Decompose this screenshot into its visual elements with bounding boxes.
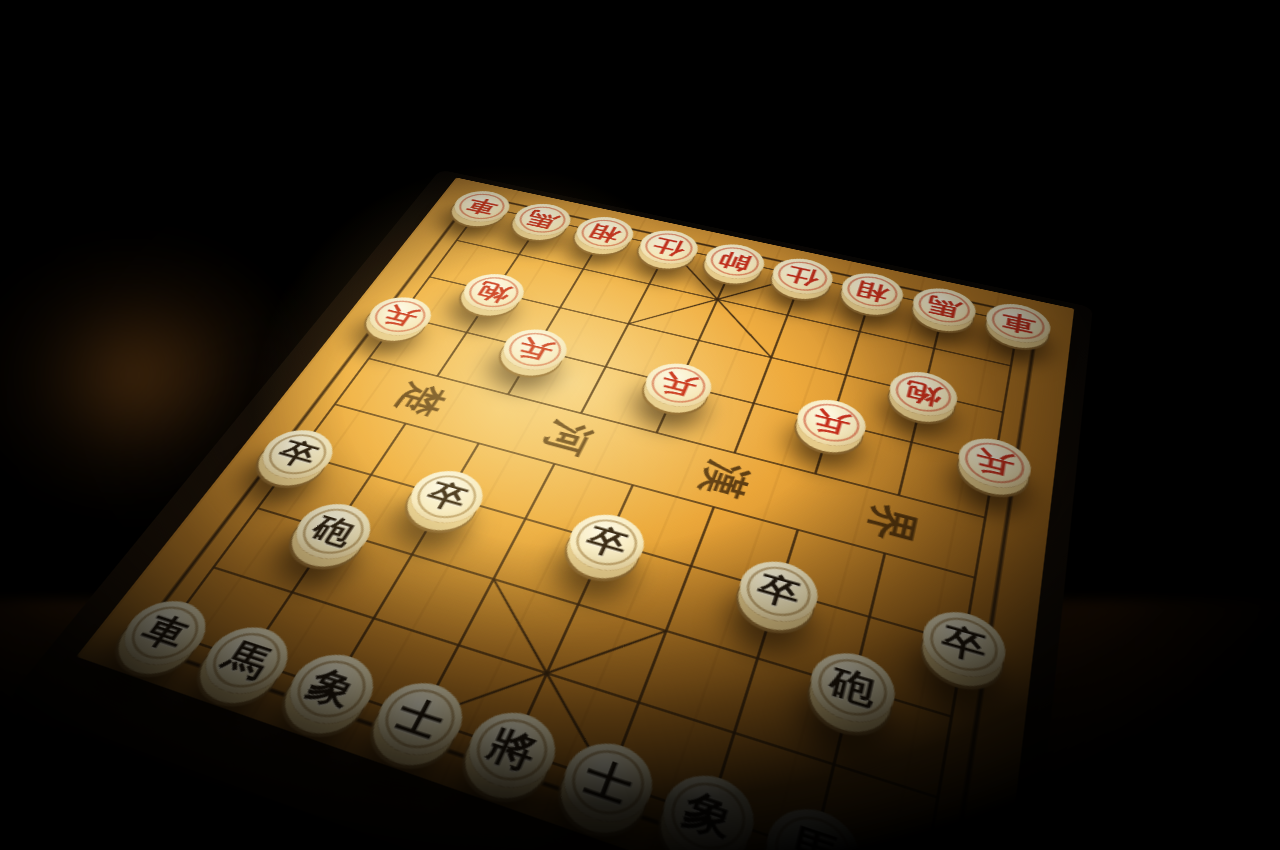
piece-glyph: 炮 [454,269,532,316]
piece-red-soldier[interactable]: 兵 [359,292,441,341]
piece-glyph: 兵 [637,357,718,413]
piece-glyph: 馬 [909,283,979,332]
piece-red-general[interactable]: 帥 [699,240,770,284]
piece-red-cannon[interactable]: 炮 [885,366,961,423]
piece-glyph: 砲 [803,644,901,733]
piece-glyph: 馬 [506,199,578,240]
scene: 楚河漢界 車馬相仕帥仕相馬車炮炮兵兵兵兵兵卒卒卒卒卒砲砲車馬象士將士象馬車 [0,0,1280,850]
piece-glyph: 仕 [633,226,705,269]
piece-black-horse[interactable]: 馬 [757,797,867,850]
piece-black-advisor[interactable]: 士 [552,733,663,834]
piece-black-advisor[interactable]: 士 [363,673,475,766]
piece-glyph: 象 [275,645,387,734]
piece-glyph: 士 [363,673,475,766]
piece-glyph: 仕 [767,254,838,300]
photo-stage: 楚河漢界 車馬相仕帥仕相馬車炮炮兵兵兵兵兵卒卒卒卒卒砲砲車馬象士將士象馬車 [0,0,1280,850]
piece-black-soldier[interactable]: 卒 [731,553,824,631]
piece-glyph: 卒 [250,423,345,486]
piece-black-cannon[interactable]: 砲 [803,644,901,733]
piece-glyph: 馬 [757,797,867,850]
piece-red-soldier[interactable]: 兵 [494,324,576,376]
piece-black-soldier[interactable]: 卒 [250,423,345,486]
board-3d-wrap: 楚河漢界 車馬相仕帥仕相馬車炮炮兵兵兵兵兵卒卒卒卒卒砲砲車馬象士將士象馬車 [76,178,1074,850]
piece-black-elephant[interactable]: 象 [652,764,763,850]
piece-glyph: 兵 [359,292,441,341]
piece-glyph: 帥 [699,240,770,284]
piece-glyph: 將 [455,702,567,799]
piece-glyph: 卒 [917,603,1009,687]
piece-glyph: 砲 [283,496,383,567]
piece-glyph: 兵 [494,324,576,376]
piece-red-chariot[interactable]: 車 [983,299,1053,349]
piece-glyph: 兵 [954,432,1033,496]
piece-black-cannon[interactable]: 砲 [283,496,383,567]
piece-glyph: 兵 [791,393,871,453]
piece-red-cannon[interactable]: 炮 [454,269,532,316]
piece-glyph: 卒 [731,553,824,631]
piece-red-elephant[interactable]: 相 [569,212,641,254]
piece-black-general[interactable]: 將 [455,702,567,799]
piece-red-soldier[interactable]: 兵 [637,357,718,413]
piece-black-elephant[interactable]: 象 [275,645,387,734]
piece-red-chariot[interactable]: 車 [446,187,518,227]
piece-red-advisor[interactable]: 仕 [767,254,838,300]
piece-red-horse[interactable]: 馬 [506,199,578,240]
piece-glyph: 炮 [885,366,961,423]
piece-glyph: 卒 [559,507,653,579]
piece-glyph: 象 [652,764,763,850]
piece-red-advisor[interactable]: 仕 [633,226,705,269]
piece-glyph: 卒 [399,464,494,531]
piece-black-chariot[interactable]: 車 [867,832,976,850]
piece-red-soldier[interactable]: 兵 [954,432,1033,496]
piece-red-soldier[interactable]: 兵 [791,393,871,453]
piece-black-soldier[interactable]: 卒 [559,507,653,579]
piece-red-horse[interactable]: 馬 [909,283,979,332]
piece-black-soldier[interactable]: 卒 [399,464,494,531]
piece-glyph: 相 [837,268,908,315]
piece-red-elephant[interactable]: 相 [837,268,908,315]
piece-glyph: 相 [569,212,641,254]
piece-glyph: 車 [867,832,976,850]
piece-glyph: 車 [983,299,1053,349]
piece-black-soldier[interactable]: 卒 [917,603,1009,687]
piece-glyph: 車 [446,187,518,227]
piece-glyph: 士 [552,733,663,834]
